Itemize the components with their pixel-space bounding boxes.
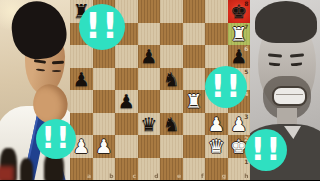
rank-label-6: 6	[244, 46, 248, 52]
black-king[interactable]: ♚	[228, 0, 251, 23]
square-d8[interactable]	[138, 0, 161, 23]
square-d3[interactable]: ♛	[138, 113, 161, 136]
square-f1[interactable]: f	[183, 158, 206, 181]
square-e4[interactable]	[160, 90, 183, 113]
brilliant-move-badge-1: !!	[79, 4, 125, 50]
rank-label-8: 8	[244, 1, 248, 7]
square-e5[interactable]: ♞	[160, 68, 183, 91]
double-exclamation: !!	[85, 8, 119, 43]
white-rook[interactable]: ♜	[228, 23, 251, 46]
white-pawn[interactable]: ♟	[93, 135, 116, 158]
black-pawn[interactable]: ♟	[70, 68, 93, 91]
square-b1[interactable]: b	[93, 158, 116, 181]
square-d7[interactable]	[138, 23, 161, 46]
black-queen[interactable]: ♛	[138, 113, 161, 136]
square-a1[interactable]: a	[70, 158, 93, 181]
black-pawn[interactable]: ♟	[115, 90, 138, 113]
square-h6[interactable]: 6♟	[228, 45, 251, 68]
square-h1[interactable]: 1h	[228, 158, 251, 181]
square-c3[interactable]	[115, 113, 138, 136]
square-c1[interactable]: c	[115, 158, 138, 181]
square-e8[interactable]	[160, 0, 183, 23]
square-h8[interactable]: 8♚	[228, 0, 251, 23]
square-d1[interactable]: d	[138, 158, 161, 181]
square-g2[interactable]: ♛	[205, 135, 228, 158]
brilliant-move-badge-4: !!	[245, 129, 287, 171]
square-f5[interactable]	[183, 68, 206, 91]
square-f7[interactable]	[183, 23, 206, 46]
square-f3[interactable]	[183, 113, 206, 136]
square-e3[interactable]: ♞	[160, 113, 183, 136]
square-h3[interactable]: 3♟	[228, 113, 251, 136]
square-c6[interactable]	[115, 45, 138, 68]
square-a4[interactable]	[70, 90, 93, 113]
square-f4[interactable]: ♜	[183, 90, 206, 113]
blurred-chess-piece	[20, 158, 33, 180]
file-label-f: f	[201, 173, 204, 179]
square-f8[interactable]	[183, 0, 206, 23]
square-b4[interactable]	[93, 90, 116, 113]
white-queen[interactable]: ♛	[205, 135, 228, 158]
square-d5[interactable]	[138, 68, 161, 91]
right-player-smile	[272, 86, 307, 106]
square-g7[interactable]	[205, 23, 228, 46]
square-d6[interactable]: ♟	[138, 45, 161, 68]
black-knight[interactable]: ♞	[160, 68, 183, 91]
square-a6[interactable]	[70, 45, 93, 68]
file-label-c: c	[132, 173, 136, 179]
square-c5[interactable]	[115, 68, 138, 91]
file-label-a: a	[87, 173, 91, 179]
double-exclamation: !!	[41, 123, 70, 153]
square-b3[interactable]	[93, 113, 116, 136]
square-h7[interactable]: 7♜	[228, 23, 251, 46]
square-e7[interactable]	[160, 23, 183, 46]
white-pawn[interactable]: ♟	[205, 113, 228, 136]
square-d4[interactable]	[138, 90, 161, 113]
file-label-e: e	[177, 173, 181, 179]
white-pawn[interactable]: ♟	[228, 113, 251, 136]
square-c2[interactable]	[115, 135, 138, 158]
square-d2[interactable]	[138, 135, 161, 158]
square-g3[interactable]: ♟	[205, 113, 228, 136]
square-f2[interactable]	[183, 135, 206, 158]
rank-label-3: 3	[244, 114, 248, 120]
square-g8[interactable]	[205, 0, 228, 23]
square-e6[interactable]	[160, 45, 183, 68]
file-label-b: b	[109, 173, 113, 179]
black-pawn[interactable]: ♟	[228, 45, 251, 68]
square-g6[interactable]	[205, 45, 228, 68]
square-e1[interactable]: e	[160, 158, 183, 181]
double-exclamation: !!	[210, 70, 241, 102]
square-f6[interactable]	[183, 45, 206, 68]
black-pawn[interactable]: ♟	[138, 45, 161, 68]
square-b2[interactable]: ♟	[93, 135, 116, 158]
rank-label-5: 5	[244, 69, 248, 75]
square-b5[interactable]	[93, 68, 116, 91]
white-rook[interactable]: ♜	[183, 90, 206, 113]
brilliant-move-badge-2: !!	[205, 66, 247, 108]
square-e2[interactable]	[160, 135, 183, 158]
square-a5[interactable]: ♟	[70, 68, 93, 91]
blurred-red-object	[0, 166, 14, 180]
file-label-d: d	[154, 173, 158, 179]
rank-label-7: 7	[244, 24, 248, 30]
black-knight[interactable]: ♞	[160, 113, 183, 136]
brilliant-move-badge-3: !!	[36, 119, 76, 159]
file-label-g: g	[222, 173, 226, 179]
right-player-hair	[255, 1, 317, 43]
square-g1[interactable]: g	[205, 158, 228, 181]
square-c4[interactable]: ♟	[115, 90, 138, 113]
video-thumbnail: ♜8♚7♜♟6♟♟♞5♟♜4♛♞♟3♟♟♟♛2♚abcdefg1h !!!!!!…	[0, 0, 320, 180]
double-exclamation: !!	[250, 133, 281, 165]
file-label-h: h	[244, 173, 248, 179]
left-player-eye	[52, 70, 61, 72]
